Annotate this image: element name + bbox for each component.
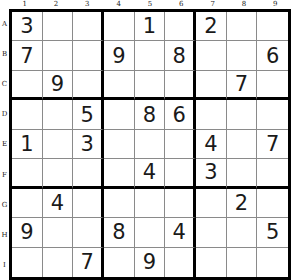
cell-I9[interactable] (257, 248, 288, 277)
cell-C5[interactable] (135, 71, 166, 100)
cell-F9[interactable] (257, 159, 288, 188)
cell-G7[interactable] (196, 189, 227, 218)
cell-A9[interactable] (257, 12, 288, 41)
cell-I5[interactable]: 9 (135, 248, 166, 277)
column-label-4: 4 (103, 0, 134, 9)
cell-I4[interactable] (104, 248, 135, 277)
cell-I6[interactable] (165, 248, 196, 277)
row-label-H: H (0, 220, 9, 250)
cell-D6[interactable]: 6 (165, 100, 196, 129)
cell-C6[interactable] (165, 71, 196, 100)
cell-C3[interactable] (73, 71, 104, 100)
column-labels: 123456789 (9, 0, 291, 9)
row-labels: ABCDEFGHI (0, 9, 9, 280)
row-label-I: I (0, 250, 9, 280)
cell-E2[interactable] (43, 130, 74, 159)
cell-H1[interactable]: 9 (12, 218, 43, 247)
cell-E3[interactable]: 3 (73, 130, 104, 159)
row-label-G: G (0, 190, 9, 220)
cell-G9[interactable] (257, 189, 288, 218)
cell-I7[interactable] (196, 248, 227, 277)
cell-C2[interactable]: 9 (43, 71, 74, 100)
cell-C1[interactable] (12, 71, 43, 100)
cell-F5[interactable]: 4 (135, 159, 166, 188)
cell-D4[interactable] (104, 100, 135, 129)
cell-A2[interactable] (43, 12, 74, 41)
cell-H8[interactable] (227, 218, 258, 247)
cell-D9[interactable] (257, 100, 288, 129)
column-label-8: 8 (228, 0, 259, 9)
column-label-9: 9 (260, 0, 291, 9)
cell-B9[interactable]: 6 (257, 41, 288, 70)
cell-E6[interactable] (165, 130, 196, 159)
cell-G2[interactable]: 4 (43, 189, 74, 218)
cell-D7[interactable] (196, 100, 227, 129)
cell-E7[interactable]: 4 (196, 130, 227, 159)
cell-C7[interactable] (196, 71, 227, 100)
row-label-D: D (0, 99, 9, 129)
cell-E1[interactable]: 1 (12, 130, 43, 159)
cell-A4[interactable] (104, 12, 135, 41)
row-label-F: F (0, 160, 9, 190)
cell-B7[interactable] (196, 41, 227, 70)
sudoku-board: 31279869758613474342984579 (9, 9, 291, 280)
row-label-C: C (0, 69, 9, 99)
column-label-7: 7 (197, 0, 228, 9)
cell-H9[interactable]: 5 (257, 218, 288, 247)
cell-D1[interactable] (12, 100, 43, 129)
cell-F1[interactable] (12, 159, 43, 188)
cell-I2[interactable] (43, 248, 74, 277)
cell-B2[interactable] (43, 41, 74, 70)
cell-F8[interactable] (227, 159, 258, 188)
cell-G3[interactable] (73, 189, 104, 218)
cell-I1[interactable] (12, 248, 43, 277)
cell-G8[interactable]: 2 (227, 189, 258, 218)
cell-A8[interactable] (227, 12, 258, 41)
cell-B8[interactable] (227, 41, 258, 70)
cell-E5[interactable] (135, 130, 166, 159)
row-label-E: E (0, 129, 9, 159)
cell-H5[interactable] (135, 218, 166, 247)
column-label-1: 1 (9, 0, 40, 9)
cell-F2[interactable] (43, 159, 74, 188)
column-label-6: 6 (166, 0, 197, 9)
cell-G5[interactable] (135, 189, 166, 218)
cell-A1[interactable]: 3 (12, 12, 43, 41)
cell-I3[interactable]: 7 (73, 248, 104, 277)
cell-A6[interactable] (165, 12, 196, 41)
row-label-A: A (0, 9, 9, 39)
cell-H6[interactable]: 4 (165, 218, 196, 247)
cell-I8[interactable] (227, 248, 258, 277)
column-label-3: 3 (72, 0, 103, 9)
cell-A7[interactable]: 2 (196, 12, 227, 41)
cell-D5[interactable]: 8 (135, 100, 166, 129)
cell-E8[interactable] (227, 130, 258, 159)
cell-H4[interactable]: 8 (104, 218, 135, 247)
cell-A5[interactable]: 1 (135, 12, 166, 41)
cell-D8[interactable] (227, 100, 258, 129)
cell-E4[interactable] (104, 130, 135, 159)
column-label-2: 2 (40, 0, 71, 9)
cell-C9[interactable] (257, 71, 288, 100)
column-label-5: 5 (134, 0, 165, 9)
cell-B4[interactable]: 9 (104, 41, 135, 70)
cell-F6[interactable] (165, 159, 196, 188)
cell-F3[interactable] (73, 159, 104, 188)
cell-B1[interactable]: 7 (12, 41, 43, 70)
cell-C8[interactable]: 7 (227, 71, 258, 100)
cell-C4[interactable] (104, 71, 135, 100)
cell-H3[interactable] (73, 218, 104, 247)
cell-B3[interactable] (73, 41, 104, 70)
cell-B5[interactable] (135, 41, 166, 70)
cell-D3[interactable]: 5 (73, 100, 104, 129)
cell-F4[interactable] (104, 159, 135, 188)
cell-G1[interactable] (12, 189, 43, 218)
row-label-B: B (0, 39, 9, 69)
cell-B6[interactable]: 8 (165, 41, 196, 70)
cell-E9[interactable]: 7 (257, 130, 288, 159)
cell-H7[interactable] (196, 218, 227, 247)
cell-G4[interactable] (104, 189, 135, 218)
sudoku-screen: 123456789 ABCDEFGHI 31279869758613474342… (0, 0, 291, 280)
cell-A3[interactable] (73, 12, 104, 41)
cell-F7[interactable]: 3 (196, 159, 227, 188)
cell-G6[interactable] (165, 189, 196, 218)
cell-H2[interactable] (43, 218, 74, 247)
cell-D2[interactable] (43, 100, 74, 129)
